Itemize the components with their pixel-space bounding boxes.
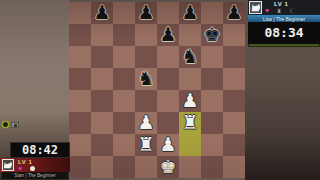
white-rook-d2[interactable]: ♜ xyxy=(135,133,157,155)
square-a7[interactable] xyxy=(69,24,91,46)
square-g8[interactable] xyxy=(201,2,223,24)
square-a8[interactable] xyxy=(69,2,91,24)
square-c6[interactable] xyxy=(113,46,135,68)
opponent-panel: LV 1 ♥ ♜ ☾ Lisa | The Beginner 08:34 xyxy=(248,0,320,47)
opponent-progress-strip xyxy=(248,44,320,47)
square-e8[interactable] xyxy=(157,2,179,24)
square-d2[interactable]: ♜ xyxy=(135,134,157,156)
opponent-header: LV 1 ♥ ♜ ☾ xyxy=(248,0,320,14)
square-f5[interactable] xyxy=(179,68,201,90)
square-f4[interactable]: ♟ xyxy=(179,90,201,112)
square-c5[interactable] xyxy=(113,68,135,90)
black-pawn-b8[interactable]: ♟ xyxy=(91,1,113,23)
square-h2[interactable] xyxy=(223,134,245,156)
square-f3[interactable]: ♜ xyxy=(179,112,201,134)
square-c1[interactable] xyxy=(113,156,135,178)
square-b2[interactable] xyxy=(91,134,113,156)
square-f7[interactable] xyxy=(179,24,201,46)
square-h7[interactable] xyxy=(223,24,245,46)
square-a5[interactable] xyxy=(69,68,91,90)
black-king-g7[interactable]: ♚ xyxy=(201,23,223,45)
square-g6[interactable] xyxy=(201,46,223,68)
coin-ring-icon xyxy=(2,121,9,128)
player-clock: 08:42 xyxy=(10,142,70,158)
player-name-strip: Stan | The Beginner xyxy=(2,172,68,179)
player-clock-time: 08:42 xyxy=(11,143,69,157)
square-c8[interactable] xyxy=(113,2,135,24)
square-g1[interactable] xyxy=(201,156,223,178)
square-h5[interactable] xyxy=(223,68,245,90)
paw-icon xyxy=(30,166,35,171)
square-e7[interactable]: ♟ xyxy=(157,24,179,46)
square-c2[interactable] xyxy=(113,134,135,156)
square-f8[interactable]: ♟ xyxy=(179,2,201,24)
square-e3[interactable] xyxy=(157,112,179,134)
resource-chip xyxy=(11,122,19,128)
square-b6[interactable] xyxy=(91,46,113,68)
square-g3[interactable] xyxy=(201,112,223,134)
square-d7[interactable] xyxy=(135,24,157,46)
square-a4[interactable] xyxy=(69,90,91,112)
square-c7[interactable] xyxy=(113,24,135,46)
square-a3[interactable] xyxy=(69,112,91,134)
opponent-dog-avatar xyxy=(249,1,262,14)
square-f6[interactable]: ♞ xyxy=(179,46,201,68)
square-e5[interactable] xyxy=(157,68,179,90)
black-knight-d5[interactable]: ♞ xyxy=(135,67,157,89)
black-pawn-d8[interactable]: ♟ xyxy=(135,1,157,23)
square-e6[interactable] xyxy=(157,46,179,68)
square-g4[interactable] xyxy=(201,90,223,112)
black-pawn-e7[interactable]: ♟ xyxy=(157,23,179,45)
square-e1[interactable]: ♚ xyxy=(157,156,179,178)
hud-resource-indicator xyxy=(2,121,22,129)
white-pawn-e2[interactable]: ♟ xyxy=(157,133,179,155)
square-f2[interactable] xyxy=(179,134,201,156)
square-a1[interactable] xyxy=(69,156,91,178)
square-b3[interactable] xyxy=(91,112,113,134)
square-h3[interactable] xyxy=(223,112,245,134)
white-pawn-d3[interactable]: ♟ xyxy=(135,111,157,133)
opponent-clock-time: 08:34 xyxy=(248,22,320,44)
square-d6[interactable] xyxy=(135,46,157,68)
square-h8[interactable]: ♟ xyxy=(223,2,245,24)
square-g2[interactable] xyxy=(201,134,223,156)
black-pawn-h8[interactable]: ♟ xyxy=(223,1,245,23)
white-king-e1[interactable]: ♚ xyxy=(157,155,179,177)
opponent-level-label: LV 1 xyxy=(274,1,288,7)
chess-board[interactable]: ♟♟♟♟♟♚♞♞♟♟♜♜♟♚ xyxy=(69,2,245,178)
square-b4[interactable] xyxy=(91,90,113,112)
white-pawn-f4[interactable]: ♟ xyxy=(179,89,201,111)
square-d4[interactable] xyxy=(135,90,157,112)
square-b1[interactable] xyxy=(91,156,113,178)
square-e4[interactable] xyxy=(157,90,179,112)
square-b8[interactable]: ♟ xyxy=(91,2,113,24)
square-h6[interactable] xyxy=(223,46,245,68)
square-h1[interactable] xyxy=(223,156,245,178)
square-d3[interactable]: ♟ xyxy=(135,112,157,134)
player-name: Stan | The Beginner xyxy=(9,173,60,178)
game-screen: ♟♟♟♟♟♚♞♞♟♟♜♜♟♚ LV 1 ♥ ♜ ☾ Lisa | The Beg… xyxy=(0,0,320,180)
black-pawn-f8[interactable]: ♟ xyxy=(179,1,201,23)
square-d1[interactable] xyxy=(135,156,157,178)
square-g7[interactable]: ♚ xyxy=(201,24,223,46)
square-d8[interactable]: ♟ xyxy=(135,2,157,24)
player-dog-avatar xyxy=(2,159,14,171)
square-a6[interactable] xyxy=(69,46,91,68)
square-b7[interactable] xyxy=(91,24,113,46)
opponent-clock: 08:34 xyxy=(248,22,320,44)
square-e2[interactable]: ♟ xyxy=(157,134,179,156)
square-h4[interactable] xyxy=(223,90,245,112)
black-knight-f6[interactable]: ♞ xyxy=(179,45,201,67)
square-f1[interactable] xyxy=(179,156,201,178)
square-g5[interactable] xyxy=(201,68,223,90)
opponent-name-bar: Lisa | The Beginner xyxy=(248,14,320,22)
square-d5[interactable]: ♞ xyxy=(135,68,157,90)
square-b5[interactable] xyxy=(91,68,113,90)
white-rook-f3[interactable]: ♜ xyxy=(179,111,201,133)
square-c4[interactable] xyxy=(113,90,135,112)
square-a2[interactable] xyxy=(69,134,91,156)
square-c3[interactable] xyxy=(113,112,135,134)
